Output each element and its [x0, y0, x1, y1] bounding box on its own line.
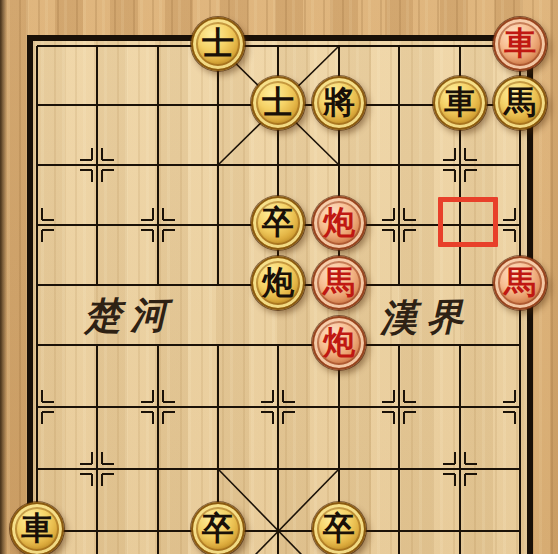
piece-black-advisor[interactable]: 士: [251, 76, 305, 130]
piece-glyph: 馬: [323, 266, 355, 298]
piece-glyph: 卒: [202, 512, 234, 544]
piece-glyph: 將: [323, 86, 355, 118]
piece-glyph: 士: [262, 86, 294, 118]
river-label-chu: 楚河: [84, 296, 177, 335]
piece-glyph: 卒: [323, 512, 355, 544]
piece-black-horse[interactable]: 馬: [493, 76, 547, 130]
last-move-marker: [438, 197, 498, 247]
river-label-han: 漢界: [380, 298, 473, 337]
piece-glyph: 車: [504, 27, 536, 59]
piece-red-horse[interactable]: 馬: [493, 256, 547, 310]
piece-black-general[interactable]: 將: [312, 76, 366, 130]
piece-red-chariot[interactable]: 車: [493, 17, 547, 71]
piece-glyph: 馬: [504, 266, 536, 298]
piece-glyph: 炮: [262, 266, 294, 298]
piece-glyph: 士: [202, 27, 234, 59]
piece-black-soldier[interactable]: 卒: [191, 502, 245, 554]
piece-glyph: 車: [21, 512, 53, 544]
xiangqi-screen: 楚河 漢界 士車士將車馬卒炮炮馬馬炮車卒卒: [0, 0, 558, 554]
piece-glyph: 炮: [323, 206, 355, 238]
piece-red-cannon[interactable]: 炮: [312, 196, 366, 250]
piece-glyph: 炮: [323, 326, 355, 358]
piece-red-cannon[interactable]: 炮: [312, 316, 366, 370]
piece-glyph: 馬: [504, 86, 536, 118]
piece-red-horse[interactable]: 馬: [312, 256, 366, 310]
piece-glyph: 車: [444, 86, 476, 118]
piece-black-soldier[interactable]: 卒: [251, 196, 305, 250]
piece-black-advisor[interactable]: 士: [191, 17, 245, 71]
piece-black-cannon[interactable]: 炮: [251, 256, 305, 310]
piece-black-soldier[interactable]: 卒: [312, 502, 366, 554]
piece-black-chariot[interactable]: 車: [10, 502, 64, 554]
piece-glyph: 卒: [262, 206, 294, 238]
piece-black-chariot[interactable]: 車: [433, 76, 487, 130]
